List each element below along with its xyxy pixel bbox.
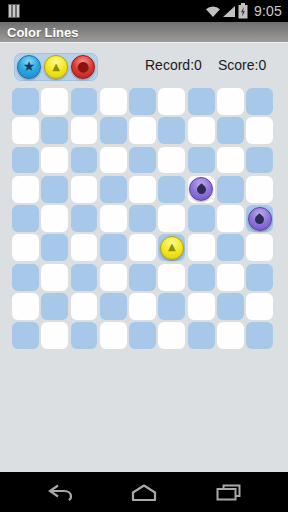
drop-icon [195, 183, 208, 196]
board-cell-r8c4[interactable] [129, 322, 156, 349]
dot-icon: ● [77, 59, 89, 73]
next-ball-yellow: ▲ [44, 55, 68, 79]
triangle-icon: ▲ [52, 62, 60, 72]
board-cell-r5c0[interactable] [12, 234, 39, 261]
score-label: Score:0 [218, 57, 266, 73]
board-cell-r6c4[interactable] [129, 264, 156, 291]
next-ball-red: ● [71, 55, 95, 79]
board-cell-r3c6[interactable] [188, 176, 215, 203]
title-bar: Color Lines [0, 22, 288, 43]
board-cell-r7c4[interactable] [129, 293, 156, 320]
board-cell-r0c0[interactable] [12, 88, 39, 115]
board-cell-r2c1[interactable] [41, 147, 68, 174]
board-cell-r1c3[interactable] [100, 117, 127, 144]
board-cell-r1c5[interactable] [158, 117, 185, 144]
notification-stripes-icon [8, 4, 20, 18]
board-cell-r1c8[interactable] [246, 117, 273, 144]
board-cell-r6c7[interactable] [217, 264, 244, 291]
board-cell-r0c2[interactable] [71, 88, 98, 115]
board-cell-r2c0[interactable] [12, 147, 39, 174]
board-cell-r7c2[interactable] [71, 293, 98, 320]
board-cell-r2c6[interactable] [188, 147, 215, 174]
board-cell-r6c6[interactable] [188, 264, 215, 291]
phone-screen: 9:05 Color Lines ★▲● Record:0 Score:0 ▲ [0, 0, 288, 512]
board-cell-r1c0[interactable] [12, 117, 39, 144]
board-cell-r8c5[interactable] [158, 322, 185, 349]
board-cell-r4c2[interactable] [71, 205, 98, 232]
board-cell-r8c2[interactable] [71, 322, 98, 349]
board-cell-r7c5[interactable] [158, 293, 185, 320]
board-cell-r5c7[interactable] [217, 234, 244, 261]
board-cell-r3c8[interactable] [246, 176, 273, 203]
board-cell-r0c7[interactable] [217, 88, 244, 115]
board-cell-r4c7[interactable] [217, 205, 244, 232]
board-cell-r3c7[interactable] [217, 176, 244, 203]
board-cell-r6c8[interactable] [246, 264, 273, 291]
next-ball-blue: ★ [17, 55, 41, 79]
board-cell-r3c2[interactable] [71, 176, 98, 203]
board-cell-r2c3[interactable] [100, 147, 127, 174]
board-cell-r0c8[interactable] [246, 88, 273, 115]
board-cell-r5c8[interactable] [246, 234, 273, 261]
board-cell-r0c1[interactable] [41, 88, 68, 115]
board-cell-r5c3[interactable] [100, 234, 127, 261]
board-ball-purple[interactable] [189, 177, 213, 201]
board-cell-r6c2[interactable] [71, 264, 98, 291]
board-cell-r6c3[interactable] [100, 264, 127, 291]
drop-icon [253, 213, 266, 226]
board-cell-r5c1[interactable] [41, 234, 68, 261]
board-cell-r4c6[interactable] [188, 205, 215, 232]
board-cell-r2c4[interactable] [129, 147, 156, 174]
star-icon: ★ [23, 59, 36, 73]
board-cell-r5c4[interactable] [129, 234, 156, 261]
record-label: Record:0 [145, 57, 202, 73]
board-cell-r0c3[interactable] [100, 88, 127, 115]
board-cell-r5c6[interactable] [188, 234, 215, 261]
app-title: Color Lines [7, 25, 79, 40]
recents-icon [216, 484, 241, 501]
board-cell-r4c4[interactable] [129, 205, 156, 232]
board-cell-r8c6[interactable] [188, 322, 215, 349]
board-cell-r1c7[interactable] [217, 117, 244, 144]
board-cell-r8c7[interactable] [217, 322, 244, 349]
board-cell-r2c5[interactable] [158, 147, 185, 174]
board: ▲ [12, 88, 273, 349]
board-cell-r5c2[interactable] [71, 234, 98, 261]
back-icon [47, 484, 74, 501]
back-button[interactable] [18, 472, 102, 512]
status-time: 9:05 [254, 3, 282, 19]
board-cell-r5c5[interactable]: ▲ [158, 234, 185, 261]
board-cell-r6c0[interactable] [12, 264, 39, 291]
board-cell-r1c4[interactable] [129, 117, 156, 144]
board-ball-yellow[interactable]: ▲ [160, 236, 184, 260]
board-cell-r0c4[interactable] [129, 88, 156, 115]
board-cell-r2c7[interactable] [217, 147, 244, 174]
home-icon [131, 484, 157, 501]
battery-charging-icon [238, 3, 248, 19]
board-cell-r7c6[interactable] [188, 293, 215, 320]
board-cell-r7c0[interactable] [12, 293, 39, 320]
wifi-icon [206, 6, 220, 17]
board-cell-r3c5[interactable] [158, 176, 185, 203]
next-balls-tray: ★▲● [14, 53, 98, 81]
recents-button[interactable] [186, 472, 270, 512]
triangle-icon: ▲ [168, 242, 176, 252]
board-cell-r7c8[interactable] [246, 293, 273, 320]
board-cell-r2c8[interactable] [246, 147, 273, 174]
board-cell-r6c1[interactable] [41, 264, 68, 291]
board-cell-r0c5[interactable] [158, 88, 185, 115]
board-cell-r3c1[interactable] [41, 176, 68, 203]
board-cell-r8c8[interactable] [246, 322, 273, 349]
signal-icon [223, 6, 235, 17]
board-cell-r6c5[interactable] [158, 264, 185, 291]
board-cell-r0c6[interactable] [188, 88, 215, 115]
board-cell-r3c4[interactable] [129, 176, 156, 203]
board-cell-r4c0[interactable] [12, 205, 39, 232]
navigation-bar [0, 472, 288, 512]
home-button[interactable] [102, 472, 186, 512]
board-cell-r4c5[interactable] [158, 205, 185, 232]
board-cell-r1c1[interactable] [41, 117, 68, 144]
board-cell-r4c1[interactable] [41, 205, 68, 232]
board-cell-r7c3[interactable] [100, 293, 127, 320]
board-cell-r4c8[interactable] [246, 205, 273, 232]
board-cell-r7c7[interactable] [217, 293, 244, 320]
board-ball-purple[interactable] [248, 207, 272, 231]
board-cell-r2c2[interactable] [71, 147, 98, 174]
board-cell-r8c3[interactable] [100, 322, 127, 349]
board-cell-r7c1[interactable] [41, 293, 68, 320]
status-bar: 9:05 [0, 0, 288, 22]
board-cell-r1c2[interactable] [71, 117, 98, 144]
board-cell-r1c6[interactable] [188, 117, 215, 144]
board-cell-r3c0[interactable] [12, 176, 39, 203]
board-cell-r8c1[interactable] [41, 322, 68, 349]
board-cell-r4c3[interactable] [100, 205, 127, 232]
board-cell-r8c0[interactable] [12, 322, 39, 349]
board-cell-r3c3[interactable] [100, 176, 127, 203]
